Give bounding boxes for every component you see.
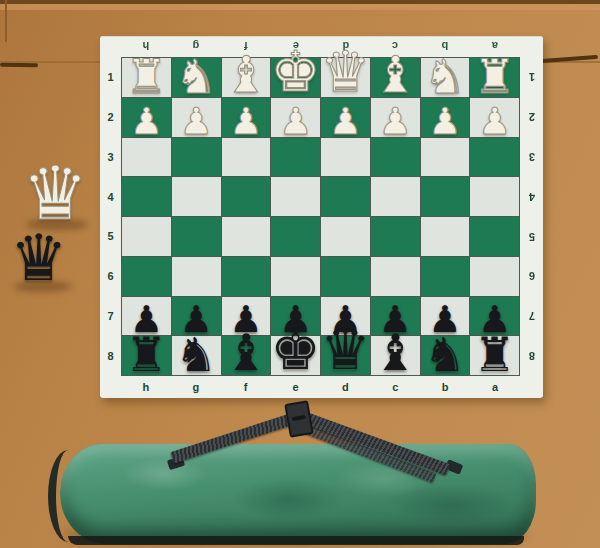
rank-labels-right: 12345678 bbox=[521, 57, 543, 376]
chess-board: ♜♞♝♚♛♝♞♜♟♟♟♟♟♟♟♟♟♟♟♟♟♟♟♟♜♞♝♚♛♝♞♜ bbox=[121, 57, 520, 376]
white-pawn-f2[interactable]: ♟ bbox=[229, 103, 262, 140]
square-c1[interactable]: ♝ bbox=[371, 58, 420, 97]
white-pawn-b2[interactable]: ♟ bbox=[428, 103, 461, 140]
white-bishop-f1[interactable]: ♝ bbox=[223, 50, 268, 100]
rank-label-5: 5 bbox=[521, 217, 543, 257]
black-rook-a8[interactable]: ♜ bbox=[474, 331, 516, 378]
square-e8[interactable]: ♚ bbox=[271, 336, 320, 375]
square-b8[interactable]: ♞ bbox=[421, 336, 470, 375]
square-b1[interactable]: ♞ bbox=[421, 58, 470, 97]
cardboard-crease bbox=[0, 4, 600, 10]
square-e5[interactable] bbox=[271, 217, 320, 256]
square-g8[interactable]: ♞ bbox=[172, 336, 221, 375]
square-f6[interactable] bbox=[222, 257, 271, 296]
spare-black-queen[interactable]: ♛ bbox=[10, 226, 67, 290]
square-e3[interactable] bbox=[271, 138, 320, 177]
square-g1[interactable]: ♞ bbox=[172, 58, 221, 97]
square-h8[interactable]: ♜ bbox=[122, 336, 171, 375]
square-a5[interactable] bbox=[470, 217, 519, 256]
square-c3[interactable] bbox=[371, 138, 420, 177]
square-c4[interactable] bbox=[371, 177, 420, 216]
square-f8[interactable]: ♝ bbox=[222, 336, 271, 375]
square-a4[interactable] bbox=[470, 177, 519, 216]
rank-label-1: 1 bbox=[100, 57, 121, 97]
square-d4[interactable] bbox=[321, 177, 370, 216]
rank-label-4: 4 bbox=[521, 177, 543, 217]
white-king-e1[interactable]: ♚ bbox=[271, 44, 321, 100]
square-h6[interactable] bbox=[122, 257, 171, 296]
square-d8[interactable]: ♛ bbox=[321, 336, 370, 375]
white-knight-g1[interactable]: ♞ bbox=[175, 53, 217, 100]
chess-set-photo: hgfedcba 12345678 12345678 hgfedcba ♜♞♝♚… bbox=[0, 0, 600, 548]
rank-label-1: 1 bbox=[521, 57, 543, 97]
square-e1[interactable]: ♚ bbox=[271, 58, 320, 97]
rank-label-4: 4 bbox=[100, 177, 121, 217]
square-a6[interactable] bbox=[470, 257, 519, 296]
rank-label-5: 5 bbox=[100, 217, 121, 257]
black-knight-b8[interactable]: ♞ bbox=[424, 331, 466, 378]
white-pawn-c2[interactable]: ♟ bbox=[379, 103, 412, 140]
black-queen-d8[interactable]: ♛ bbox=[320, 322, 370, 378]
square-h3[interactable] bbox=[122, 138, 171, 177]
square-a3[interactable] bbox=[470, 138, 519, 177]
black-rook-h8[interactable]: ♜ bbox=[125, 331, 167, 378]
rank-label-3: 3 bbox=[100, 137, 121, 177]
square-b5[interactable] bbox=[421, 217, 470, 256]
black-bishop-c8[interactable]: ♝ bbox=[373, 328, 418, 378]
square-b4[interactable] bbox=[421, 177, 470, 216]
square-g4[interactable] bbox=[172, 177, 221, 216]
cardboard-crease bbox=[5, 0, 7, 42]
rank-label-3: 3 bbox=[521, 137, 543, 177]
white-rook-a1[interactable]: ♜ bbox=[474, 53, 516, 100]
white-pawn-g2[interactable]: ♟ bbox=[180, 103, 213, 140]
black-king-e8[interactable]: ♚ bbox=[271, 322, 321, 378]
square-g5[interactable] bbox=[172, 217, 221, 256]
square-g3[interactable] bbox=[172, 138, 221, 177]
rank-labels-left: 12345678 bbox=[100, 57, 121, 376]
white-rook-h1[interactable]: ♜ bbox=[125, 53, 167, 100]
rank-label-7: 7 bbox=[100, 296, 121, 336]
rank-label-2: 2 bbox=[521, 97, 543, 137]
white-pawn-a2[interactable]: ♟ bbox=[478, 103, 511, 140]
square-c8[interactable]: ♝ bbox=[371, 336, 420, 375]
white-pawn-d2[interactable]: ♟ bbox=[329, 103, 362, 140]
white-pawn-h2[interactable]: ♟ bbox=[130, 103, 163, 140]
square-e4[interactable] bbox=[271, 177, 320, 216]
square-f4[interactable] bbox=[222, 177, 271, 216]
white-pawn-e2[interactable]: ♟ bbox=[279, 103, 312, 140]
white-bishop-c1[interactable]: ♝ bbox=[373, 50, 418, 100]
square-b3[interactable] bbox=[421, 138, 470, 177]
square-e6[interactable] bbox=[271, 257, 320, 296]
strap-buckle-icon bbox=[284, 400, 314, 438]
square-f1[interactable]: ♝ bbox=[222, 58, 271, 97]
square-g6[interactable] bbox=[172, 257, 221, 296]
cardboard-slit bbox=[0, 63, 38, 68]
rank-label-7: 7 bbox=[521, 296, 543, 336]
square-d5[interactable] bbox=[321, 217, 370, 256]
square-b6[interactable] bbox=[421, 257, 470, 296]
square-h1[interactable]: ♜ bbox=[122, 58, 171, 97]
chess-carry-bag bbox=[60, 444, 536, 544]
square-a1[interactable]: ♜ bbox=[470, 58, 519, 97]
rank-label-2: 2 bbox=[100, 97, 121, 137]
rank-label-6: 6 bbox=[521, 256, 543, 296]
square-h5[interactable] bbox=[122, 217, 171, 256]
square-d6[interactable] bbox=[321, 257, 370, 296]
square-d3[interactable] bbox=[321, 138, 370, 177]
square-h4[interactable] bbox=[122, 177, 171, 216]
square-a8[interactable]: ♜ bbox=[470, 336, 519, 375]
rank-label-8: 8 bbox=[100, 336, 121, 376]
rank-label-8: 8 bbox=[521, 336, 543, 376]
black-bishop-f8[interactable]: ♝ bbox=[223, 328, 268, 378]
square-f3[interactable] bbox=[222, 138, 271, 177]
square-d1[interactable]: ♛ bbox=[321, 58, 370, 97]
square-c5[interactable] bbox=[371, 217, 420, 256]
white-queen-d1[interactable]: ♛ bbox=[320, 44, 370, 100]
black-knight-g8[interactable]: ♞ bbox=[175, 331, 217, 378]
square-f5[interactable] bbox=[222, 217, 271, 256]
white-knight-b1[interactable]: ♞ bbox=[424, 53, 466, 100]
spare-white-queen[interactable]: ♛ bbox=[22, 156, 88, 230]
chess-board-mat: hgfedcba 12345678 12345678 hgfedcba ♜♞♝♚… bbox=[100, 36, 543, 398]
rank-label-6: 6 bbox=[100, 256, 121, 296]
square-c6[interactable] bbox=[371, 257, 420, 296]
